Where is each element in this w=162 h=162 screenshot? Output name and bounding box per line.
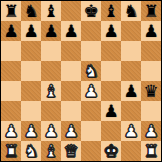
square-f5[interactable] <box>101 61 121 81</box>
white-pawn-piece[interactable]: ♟ <box>63 121 78 141</box>
square-e3[interactable] <box>81 101 101 121</box>
square-f3[interactable]: ♟ <box>101 101 121 121</box>
white-pawn-piece[interactable]: ♟ <box>143 121 158 141</box>
square-d4[interactable] <box>61 81 81 101</box>
white-knight-piece[interactable]: ♞ <box>83 61 98 81</box>
square-e4[interactable]: ♟ <box>81 81 101 101</box>
black-knight-piece[interactable]: ♞ <box>23 1 38 21</box>
black-bishop-piece[interactable]: ♝ <box>43 1 58 21</box>
square-h5[interactable] <box>141 61 161 81</box>
square-d7[interactable]: ♟ <box>61 21 81 41</box>
black-pawn-piece[interactable]: ♟ <box>63 21 78 41</box>
square-e7[interactable] <box>81 21 101 41</box>
white-knight-piece[interactable]: ♞ <box>23 141 38 161</box>
square-h7[interactable]: ♟ <box>141 21 161 41</box>
square-h2[interactable]: ♟ <box>141 121 161 141</box>
square-c7[interactable]: ♟ <box>41 21 61 41</box>
black-pawn-piece[interactable]: ♟ <box>143 21 158 41</box>
square-g2[interactable]: ♟ <box>121 121 141 141</box>
square-b5[interactable] <box>21 61 41 81</box>
square-e6[interactable] <box>81 41 101 61</box>
square-a8[interactable]: ♜ <box>1 1 21 21</box>
square-a7[interactable]: ♟ <box>1 21 21 41</box>
white-king-piece[interactable]: ♚ <box>103 141 118 161</box>
square-f8[interactable]: ♝ <box>101 1 121 21</box>
square-b3[interactable] <box>21 101 41 121</box>
square-e2[interactable] <box>81 121 101 141</box>
square-h4[interactable]: ♛ <box>141 81 161 101</box>
square-d1[interactable]: ♛ <box>61 141 81 161</box>
square-f1[interactable]: ♚ <box>101 141 121 161</box>
black-pawn-piece[interactable]: ♟ <box>3 21 18 41</box>
square-a1[interactable]: ♜ <box>1 141 21 161</box>
square-h6[interactable] <box>141 41 161 61</box>
square-g4[interactable]: ♟ <box>121 81 141 101</box>
black-bishop-piece[interactable]: ♝ <box>103 1 118 21</box>
square-g3[interactable] <box>121 101 141 121</box>
square-e1[interactable] <box>81 141 101 161</box>
white-pawn-piece[interactable]: ♟ <box>43 121 58 141</box>
white-rook-piece[interactable]: ♜ <box>3 141 18 161</box>
square-d2[interactable]: ♟ <box>61 121 81 141</box>
black-pawn-piece[interactable]: ♟ <box>123 81 138 101</box>
square-a6[interactable] <box>1 41 21 61</box>
black-pawn-piece[interactable]: ♟ <box>103 21 118 41</box>
square-g6[interactable] <box>121 41 141 61</box>
square-h1[interactable]: ♜ <box>141 141 161 161</box>
square-d6[interactable] <box>61 41 81 61</box>
chess-board: ♜♞♝♚♝♞♜♟♟♟♟♟♟♞♝♟♟♛♟♟♟♟♟♟♟♜♞♝♛♚♜ <box>1 1 161 161</box>
square-b7[interactable]: ♟ <box>21 21 41 41</box>
square-h8[interactable]: ♜ <box>141 1 161 21</box>
white-pawn-piece[interactable]: ♟ <box>23 121 38 141</box>
square-g7[interactable] <box>121 21 141 41</box>
black-pawn-piece[interactable]: ♟ <box>23 21 38 41</box>
white-bishop-piece[interactable]: ♝ <box>43 141 58 161</box>
square-c8[interactable]: ♝ <box>41 1 61 21</box>
white-bishop-piece[interactable]: ♝ <box>43 81 58 101</box>
white-pawn-piece[interactable]: ♟ <box>83 81 98 101</box>
square-f6[interactable] <box>101 41 121 61</box>
square-f7[interactable]: ♟ <box>101 21 121 41</box>
square-g1[interactable] <box>121 141 141 161</box>
white-queen-piece[interactable]: ♛ <box>63 141 78 161</box>
square-b4[interactable] <box>21 81 41 101</box>
square-h3[interactable] <box>141 101 161 121</box>
square-e8[interactable]: ♚ <box>81 1 101 21</box>
square-f4[interactable] <box>101 81 121 101</box>
white-pawn-piece[interactable]: ♟ <box>123 121 138 141</box>
square-g8[interactable]: ♞ <box>121 1 141 21</box>
square-d5[interactable] <box>61 61 81 81</box>
white-pawn-piece[interactable]: ♟ <box>3 121 18 141</box>
square-c5[interactable] <box>41 61 61 81</box>
black-rook-piece[interactable]: ♜ <box>3 1 18 21</box>
square-a4[interactable] <box>1 81 21 101</box>
black-pawn-piece[interactable]: ♟ <box>43 21 58 41</box>
square-c6[interactable] <box>41 41 61 61</box>
square-c1[interactable]: ♝ <box>41 141 61 161</box>
square-c2[interactable]: ♟ <box>41 121 61 141</box>
square-a5[interactable] <box>1 61 21 81</box>
square-c3[interactable] <box>41 101 61 121</box>
square-b1[interactable]: ♞ <box>21 141 41 161</box>
chess-board-frame: ♜♞♝♚♝♞♜♟♟♟♟♟♟♞♝♟♟♛♟♟♟♟♟♟♟♜♞♝♛♚♜ <box>0 0 162 162</box>
square-e5[interactable]: ♞ <box>81 61 101 81</box>
black-queen-piece[interactable]: ♛ <box>143 81 158 101</box>
black-rook-piece[interactable]: ♜ <box>143 1 158 21</box>
square-f2[interactable] <box>101 121 121 141</box>
square-b6[interactable] <box>21 41 41 61</box>
square-a3[interactable] <box>1 101 21 121</box>
square-d8[interactable] <box>61 1 81 21</box>
square-d3[interactable] <box>61 101 81 121</box>
square-g5[interactable] <box>121 61 141 81</box>
square-c4[interactable]: ♝ <box>41 81 61 101</box>
black-king-piece[interactable]: ♚ <box>83 1 98 21</box>
square-a2[interactable]: ♟ <box>1 121 21 141</box>
black-knight-piece[interactable]: ♞ <box>123 1 138 21</box>
white-rook-piece[interactable]: ♜ <box>143 141 158 161</box>
square-b2[interactable]: ♟ <box>21 121 41 141</box>
square-b8[interactable]: ♞ <box>21 1 41 21</box>
black-pawn-piece[interactable]: ♟ <box>103 101 118 121</box>
